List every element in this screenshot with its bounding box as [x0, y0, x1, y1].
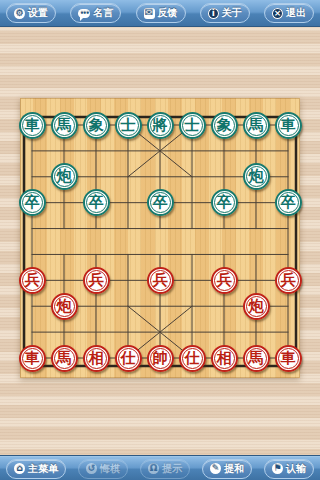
piece-character: 帥: [153, 350, 168, 365]
piece-character: 士: [121, 117, 136, 132]
piece-character: 士: [185, 117, 200, 132]
piece-black-p[interactable]: 卒: [19, 189, 46, 216]
piece-character: 卒: [217, 195, 232, 210]
top-toolbar: ⚙ 设置 ••• 名言 ✉ 反馈 i 关于 × 退出: [0, 0, 320, 27]
piece-character: 卒: [281, 195, 296, 210]
piece-character: 炮: [57, 169, 72, 184]
piece-red-a[interactable]: 仕: [179, 345, 206, 372]
hint-button[interactable]: Ω 提示: [140, 459, 190, 479]
undo-icon: ↺: [86, 463, 97, 474]
piece-character: 車: [281, 117, 296, 132]
home-icon: ⌂: [14, 463, 25, 474]
piece-character: 象: [217, 117, 232, 132]
piece-character: 兵: [25, 272, 40, 287]
about-label: 关于: [222, 6, 242, 20]
piece-character: 仕: [185, 350, 200, 365]
piece-red-p[interactable]: 兵: [147, 267, 174, 294]
piece-black-b[interactable]: 象: [83, 112, 110, 139]
bottom-toolbar: ⌂ 主菜单 ↺ 悔棋 Ω 提示 ✎ 提和 ⚑ 认输: [0, 456, 320, 480]
feedback-button[interactable]: ✉ 反馈: [136, 3, 186, 23]
offer-draw-button[interactable]: ✎ 提和: [202, 459, 252, 479]
piece-black-k[interactable]: 將: [147, 112, 174, 139]
piece-black-a[interactable]: 士: [179, 112, 206, 139]
piece-red-n[interactable]: 馬: [243, 345, 270, 372]
settings-button[interactable]: ⚙ 设置: [6, 3, 56, 23]
piece-black-r[interactable]: 車: [19, 112, 46, 139]
piece-character: 相: [89, 350, 104, 365]
bell-icon: Ω: [148, 463, 159, 474]
quotes-label: 名言: [93, 6, 113, 20]
piece-red-c[interactable]: 炮: [243, 293, 270, 320]
piece-character: 仕: [121, 350, 136, 365]
piece-character: 將: [153, 117, 168, 132]
exit-button[interactable]: × 退出: [264, 3, 314, 23]
piece-black-b[interactable]: 象: [211, 112, 238, 139]
piece-character: 炮: [57, 298, 72, 313]
close-icon: ×: [272, 8, 283, 19]
piece-character: 卒: [89, 195, 104, 210]
feedback-label: 反馈: [158, 6, 178, 20]
piece-character: 象: [89, 117, 104, 132]
piece-character: 炮: [249, 298, 264, 313]
quotes-button[interactable]: ••• 名言: [70, 3, 121, 23]
piece-red-r[interactable]: 車: [19, 345, 46, 372]
info-icon: i: [208, 8, 219, 19]
main-menu-label: 主菜单: [28, 462, 58, 476]
piece-red-a[interactable]: 仕: [115, 345, 142, 372]
piece-black-c[interactable]: 炮: [243, 163, 270, 190]
piece-red-r[interactable]: 車: [275, 345, 302, 372]
piece-character: 馬: [249, 350, 264, 365]
settings-label: 设置: [28, 6, 48, 20]
piece-red-p[interactable]: 兵: [83, 267, 110, 294]
piece-red-p[interactable]: 兵: [211, 267, 238, 294]
resign-button[interactable]: ⚑ 认输: [264, 459, 314, 479]
piece-character: 卒: [25, 195, 40, 210]
flag-icon: ⚑: [272, 463, 283, 474]
piece-black-p[interactable]: 卒: [211, 189, 238, 216]
hint-label: 提示: [162, 462, 182, 476]
piece-black-p[interactable]: 卒: [83, 189, 110, 216]
piece-character: 車: [25, 350, 40, 365]
undo-move-button[interactable]: ↺ 悔棋: [78, 459, 128, 479]
piece-red-p[interactable]: 兵: [19, 267, 46, 294]
piece-black-n[interactable]: 馬: [51, 112, 78, 139]
about-button[interactable]: i 关于: [200, 3, 250, 23]
envelope-icon: ✉: [144, 8, 155, 19]
piece-character: 兵: [281, 272, 296, 287]
piece-black-r[interactable]: 車: [275, 112, 302, 139]
piece-red-p[interactable]: 兵: [275, 267, 302, 294]
piece-character: 相: [217, 350, 232, 365]
piece-character: 兵: [89, 272, 104, 287]
piece-character: 馬: [57, 350, 72, 365]
piece-red-n[interactable]: 馬: [51, 345, 78, 372]
piece-black-p[interactable]: 卒: [275, 189, 302, 216]
piece-red-c[interactable]: 炮: [51, 293, 78, 320]
piece-character: 馬: [57, 117, 72, 132]
piece-red-b[interactable]: 相: [83, 345, 110, 372]
offer-draw-label: 提和: [224, 462, 244, 476]
piece-black-c[interactable]: 炮: [51, 163, 78, 190]
undo-move-label: 悔棋: [100, 462, 120, 476]
piece-red-b[interactable]: 相: [211, 345, 238, 372]
main-menu-button[interactable]: ⌂ 主菜单: [6, 459, 66, 479]
resign-label: 认输: [286, 462, 306, 476]
piece-black-n[interactable]: 馬: [243, 112, 270, 139]
piece-character: 馬: [249, 117, 264, 132]
pencil-icon: ✎: [210, 463, 221, 474]
exit-label: 退出: [286, 6, 306, 20]
piece-red-k[interactable]: 帥: [147, 345, 174, 372]
piece-character: 炮: [249, 169, 264, 184]
piece-character: 卒: [153, 195, 168, 210]
piece-character: 車: [25, 117, 40, 132]
xiangqi-board[interactable]: 車馬象士將士象馬車炮炮卒卒卒卒卒兵兵兵兵兵炮炮車馬相仕帥仕相馬車: [20, 98, 300, 378]
speech-bubble-icon: •••: [78, 9, 90, 18]
gear-icon: ⚙: [14, 8, 25, 19]
piece-character: 兵: [217, 272, 232, 287]
piece-black-p[interactable]: 卒: [147, 189, 174, 216]
piece-black-a[interactable]: 士: [115, 112, 142, 139]
piece-character: 車: [281, 350, 296, 365]
piece-layer: 車馬象士將士象馬車炮炮卒卒卒卒卒兵兵兵兵兵炮炮車馬相仕帥仕相馬車: [20, 98, 300, 378]
piece-character: 兵: [153, 272, 168, 287]
